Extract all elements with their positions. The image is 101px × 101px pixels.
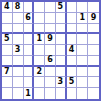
cell-r3c9[interactable]: [88, 24, 99, 35]
cell-r2c3: 6: [24, 13, 35, 24]
cell-r1c5[interactable]: [45, 2, 56, 13]
cell-r7c7[interactable]: [67, 67, 78, 78]
cell-r8c7: 5: [67, 77, 78, 88]
cell-r7c2[interactable]: [13, 67, 24, 78]
cell-r6c4[interactable]: [34, 56, 45, 67]
cell-r9c1[interactable]: [2, 88, 13, 99]
cell-r5c5[interactable]: [45, 45, 56, 56]
cell-r1c1: 4: [2, 2, 13, 13]
cell-r9c9[interactable]: [88, 88, 99, 99]
cell-r3c7[interactable]: [67, 24, 78, 35]
cell-r4c9[interactable]: [88, 34, 99, 45]
cell-r1c2: 8: [13, 2, 24, 13]
cell-r7c9[interactable]: [88, 67, 99, 78]
cell-r2c8: 1: [77, 13, 88, 24]
cell-r2c7[interactable]: [67, 13, 78, 24]
cell-r7c4: 2: [34, 67, 45, 78]
cell-r3c1[interactable]: [2, 24, 13, 35]
cell-r1c8[interactable]: [77, 2, 88, 13]
cell-r9c8[interactable]: [77, 88, 88, 99]
cell-r1c9[interactable]: [88, 2, 99, 13]
cell-r8c1[interactable]: [2, 77, 13, 88]
cell-r1c3[interactable]: [24, 2, 35, 13]
cell-r6c1[interactable]: [2, 56, 13, 67]
cell-r7c1: 7: [2, 67, 13, 78]
cell-r9c7[interactable]: [67, 88, 78, 99]
cell-r3c8[interactable]: [77, 24, 88, 35]
cell-r3c6[interactable]: [56, 24, 67, 35]
cell-r4c3[interactable]: [24, 34, 35, 45]
cell-r5c6[interactable]: [56, 45, 67, 56]
cell-r9c3: 1: [24, 88, 35, 99]
cell-r9c2[interactable]: [13, 88, 24, 99]
cell-r8c8[interactable]: [77, 77, 88, 88]
cell-r4c6[interactable]: [56, 34, 67, 45]
cell-r3c4[interactable]: [34, 24, 45, 35]
cell-r4c4: 1: [34, 34, 45, 45]
cell-r7c8[interactable]: [77, 67, 88, 78]
cell-r8c4[interactable]: [34, 77, 45, 88]
cell-r2c5[interactable]: [45, 13, 56, 24]
cell-r2c2[interactable]: [13, 13, 24, 24]
cell-r1c7[interactable]: [67, 2, 78, 13]
cell-r4c7[interactable]: [67, 34, 78, 45]
cell-r8c9[interactable]: [88, 77, 99, 88]
cell-r5c4[interactable]: [34, 45, 45, 56]
cell-r4c1: 5: [2, 34, 13, 45]
cell-r5c9[interactable]: [88, 45, 99, 56]
cell-r7c6[interactable]: [56, 67, 67, 78]
cell-r4c8[interactable]: [77, 34, 88, 45]
cell-r9c5[interactable]: [45, 88, 56, 99]
cell-r4c5: 9: [45, 34, 56, 45]
cell-r2c4[interactable]: [34, 13, 45, 24]
cell-r8c3[interactable]: [24, 77, 35, 88]
cell-r5c2: 3: [13, 45, 24, 56]
cell-r8c5[interactable]: [45, 77, 56, 88]
cell-r5c1[interactable]: [2, 45, 13, 56]
cell-r6c3[interactable]: [24, 56, 35, 67]
cell-r3c3[interactable]: [24, 24, 35, 35]
cell-r6c9[interactable]: [88, 56, 99, 67]
cell-r8c6: 3: [56, 77, 67, 88]
cell-r5c7: 4: [67, 45, 78, 56]
cell-r9c4[interactable]: [34, 88, 45, 99]
cell-r2c1[interactable]: [2, 13, 13, 24]
cell-r5c8[interactable]: [77, 45, 88, 56]
cell-r2c9: 9: [88, 13, 99, 24]
cell-r6c5: 6: [45, 56, 56, 67]
cell-r8c2[interactable]: [13, 77, 24, 88]
cell-r1c4[interactable]: [34, 2, 45, 13]
cell-r1c6: 5: [56, 2, 67, 13]
cell-r6c2[interactable]: [13, 56, 24, 67]
cell-r6c8[interactable]: [77, 56, 88, 67]
cell-r7c3[interactable]: [24, 67, 35, 78]
cell-r4c2[interactable]: [13, 34, 24, 45]
cell-r5c3[interactable]: [24, 45, 35, 56]
cell-r3c2[interactable]: [13, 24, 24, 35]
cell-r7c5[interactable]: [45, 67, 56, 78]
cell-r2c6[interactable]: [56, 13, 67, 24]
cell-r3c5[interactable]: [45, 24, 56, 35]
sudoku-board: 48561951934672351: [0, 0, 101, 101]
cell-r6c7[interactable]: [67, 56, 78, 67]
cell-r6c6[interactable]: [56, 56, 67, 67]
cell-r9c6[interactable]: [56, 88, 67, 99]
